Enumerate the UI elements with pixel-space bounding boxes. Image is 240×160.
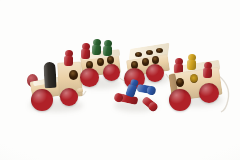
car1-wheel-right xyxy=(103,64,120,81)
photo-wooden-toy-train xyxy=(0,0,240,160)
peg-head xyxy=(113,92,124,103)
locomotive-chimney xyxy=(43,62,56,89)
peg-body xyxy=(81,49,90,59)
car3-front-hole-dark xyxy=(176,78,184,87)
peg-body xyxy=(187,60,196,70)
locomotive-cab-hole xyxy=(69,70,78,80)
flat-car-wheel-right xyxy=(146,64,164,82)
locomotive-wheel-rear xyxy=(60,88,78,106)
car3-peg-red-2 xyxy=(203,62,212,78)
flat-car-top-hole-1 xyxy=(135,52,142,57)
car3-wheel-left xyxy=(169,89,191,111)
car3-peg-yellow xyxy=(187,54,196,70)
locomotive-driver-peg-red xyxy=(64,50,73,66)
flat-car-top-hole-2 xyxy=(146,50,153,55)
flat-car-top-hole-3 xyxy=(156,48,163,53)
car3-front-hole-yellow xyxy=(190,74,198,83)
peg-body xyxy=(64,56,73,66)
peg-body xyxy=(103,46,112,56)
car3-wheel-right xyxy=(199,83,219,103)
car1-peg-green-2 xyxy=(103,40,112,56)
peg-body xyxy=(203,68,212,78)
peg-body xyxy=(92,45,101,55)
flat-car-front-hole-3 xyxy=(152,56,159,64)
car1-front-hole-3 xyxy=(107,56,114,64)
car1-front-hole-2 xyxy=(97,58,104,66)
car1-wheel-left xyxy=(80,68,99,87)
locomotive-wheel-front xyxy=(31,89,53,111)
flat-car-front-hole-2 xyxy=(142,58,149,66)
car1-peg-red xyxy=(81,43,90,59)
car1-peg-green-1 xyxy=(92,39,101,55)
